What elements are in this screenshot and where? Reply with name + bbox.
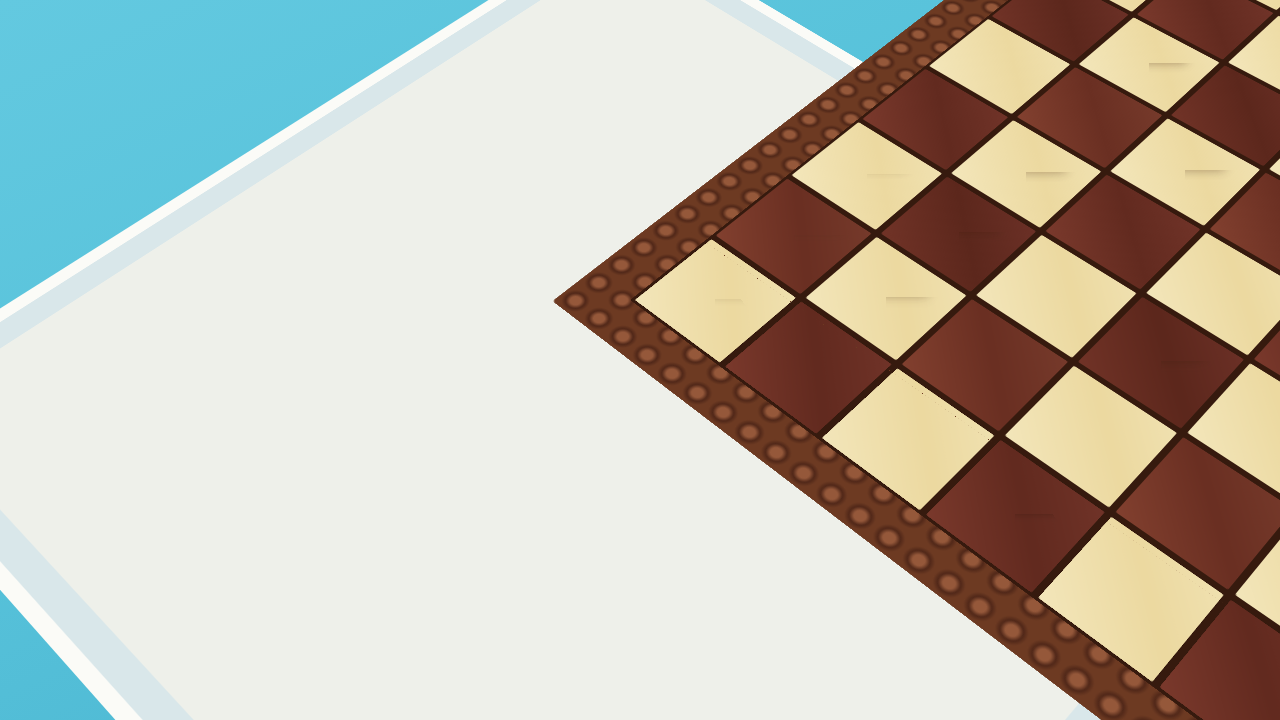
white-pawn-glyph: ♟: [1132, 67, 1238, 179]
white-rook-glyph: ♜: [649, 167, 782, 308]
white-pawn-glyph: ♟: [830, 185, 943, 305]
photo-canvas: ♚♛♝♞♜♟♟♟♟♟♟♚♛♜♝♝♞♞♟♟♟♟♟♟♟: [0, 0, 1280, 720]
white-pawn-glyph: ♟: [1103, 246, 1220, 370]
black-pawn-glyph: ♟: [952, 390, 1078, 524]
